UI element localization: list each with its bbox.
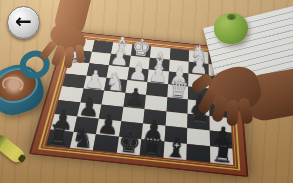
square-e6[interactable] — [121, 107, 145, 124]
square-c5[interactable] — [166, 97, 188, 113]
banana — [0, 133, 27, 165]
square-h8[interactable]: ♜ — [46, 129, 73, 147]
square-b8[interactable] — [186, 144, 209, 163]
square-f5[interactable] — [102, 91, 126, 107]
piece-glyph: ♛ — [167, 75, 191, 102]
square-f4[interactable]: ♞ — [104, 78, 127, 93]
apple — [214, 13, 248, 44]
piece-glyph: ♟ — [147, 60, 170, 86]
piece-black-queen[interactable]: ♛ — [139, 131, 165, 160]
square-d5[interactable] — [145, 95, 167, 111]
square-d4[interactable] — [146, 82, 168, 97]
piece-glyph: ♜ — [209, 138, 235, 167]
square-e3[interactable]: ♟ — [127, 67, 149, 82]
square-g4[interactable]: ♟ — [83, 75, 106, 90]
opponent-finger — [64, 47, 75, 69]
piece-black-bishop[interactable]: ♝ — [163, 133, 189, 162]
piece-glyph: ♜ — [46, 121, 72, 151]
player-arm — [190, 58, 293, 138]
square-e8[interactable]: ♚ — [116, 136, 141, 155]
piece-glyph: ♚ — [116, 128, 142, 157]
piece-white-pawn[interactable]: ♟ — [127, 58, 150, 84]
chess-app-scene: ♝♚♞♜♜♟♝♟♟♟♟♟♟♞♛♟♟♟♞♟♟♟♟♜♞♚♛♝♜ ← — [0, 0, 293, 183]
square-c8[interactable]: ♝ — [163, 141, 187, 160]
piece-black-rook[interactable]: ♜ — [46, 121, 72, 151]
piece-black-knight[interactable]: ♞ — [69, 123, 95, 153]
piece-glyph: ♟ — [127, 58, 150, 84]
back-button[interactable]: ← — [7, 6, 40, 39]
piece-black-rook[interactable]: ♜ — [209, 138, 235, 167]
square-a8[interactable]: ♜ — [210, 146, 234, 165]
square-c4[interactable]: ♛ — [167, 84, 188, 99]
square-f7[interactable]: ♟ — [96, 119, 121, 137]
square-d8[interactable]: ♛ — [140, 139, 164, 158]
piece-black-pawn[interactable]: ♟ — [96, 110, 121, 139]
piece-glyph: ♛ — [139, 131, 165, 160]
piece-white-pawn[interactable]: ♟ — [147, 60, 170, 86]
square-f8[interactable] — [93, 134, 119, 153]
piece-glyph: ♞ — [69, 123, 95, 153]
square-d3[interactable]: ♟ — [147, 69, 168, 84]
player-finger — [227, 100, 239, 126]
piece-white-queen[interactable]: ♛ — [167, 75, 191, 102]
piece-glyph: ♟ — [96, 110, 121, 139]
opponent-arm — [36, 0, 106, 70]
piece-black-king[interactable]: ♚ — [116, 128, 142, 157]
square-e5[interactable]: ♟ — [123, 93, 146, 109]
square-g8[interactable]: ♞ — [70, 132, 96, 151]
piece-glyph: ♝ — [163, 133, 189, 162]
